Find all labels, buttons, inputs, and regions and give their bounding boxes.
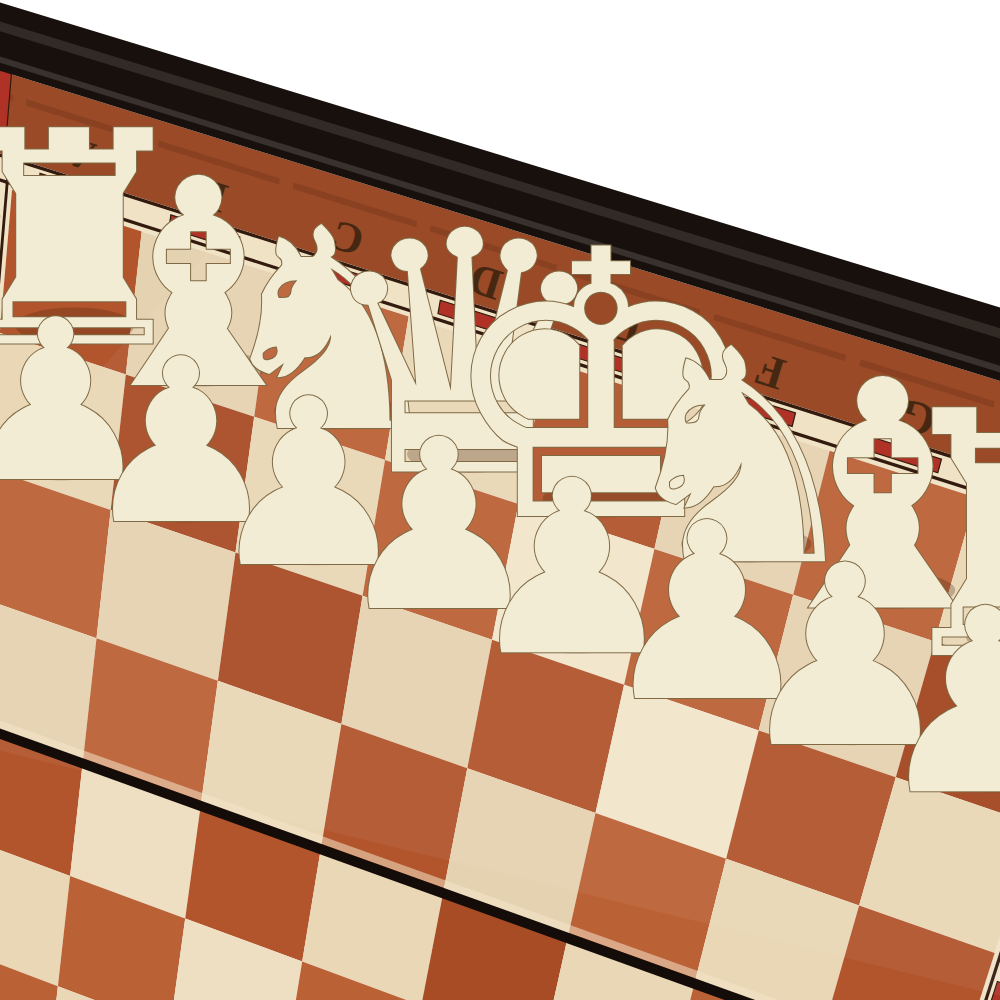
photo-canvas: Folding magnetic chess set - overhead pe… bbox=[0, 0, 1000, 1000]
piece-white-pawn-h2: ♟ bbox=[871, 554, 1000, 851]
chessboard-photo: Folding magnetic chess set - overhead pe… bbox=[0, 0, 1000, 1000]
